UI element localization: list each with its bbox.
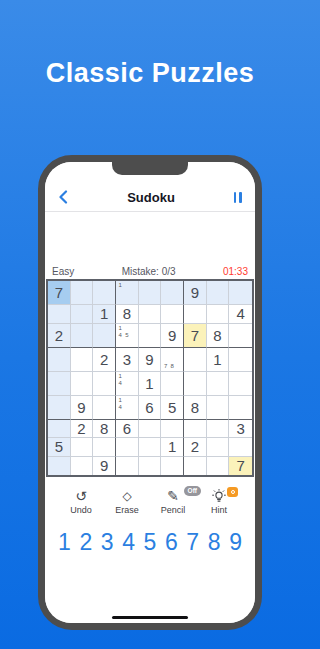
page-title: Classic Puzzles	[0, 58, 300, 89]
cell-r1c9[interactable]	[229, 281, 252, 305]
cell-r9c4[interactable]	[116, 457, 139, 476]
cell-r9c5[interactable]	[139, 457, 162, 476]
cell-r2c5[interactable]	[139, 305, 162, 324]
cell-r6c9[interactable]	[229, 396, 252, 420]
cell-r6c7[interactable]: 8	[184, 396, 207, 420]
cell-r5c3[interactable]	[93, 372, 116, 396]
erase-button[interactable]: ◇ Erase	[107, 488, 147, 515]
cell-r1c7[interactable]: 9	[184, 281, 207, 305]
numpad-2[interactable]: 2	[79, 529, 92, 555]
cell-r2c3[interactable]: 1	[93, 305, 116, 324]
cell-r3c2[interactable]	[71, 324, 94, 348]
cell-r3c9[interactable]	[229, 324, 252, 348]
cell-r3c3[interactable]	[93, 324, 116, 348]
cell-r2c8[interactable]	[207, 305, 230, 324]
cell-r8c7[interactable]: 2	[184, 438, 207, 457]
cell-r5c2[interactable]	[71, 372, 94, 396]
pencil-notes-r4c6: 78	[161, 348, 183, 371]
cell-r3c7[interactable]: 7	[184, 324, 207, 348]
pencil-notes-r3c4: 145	[116, 324, 138, 347]
hint-badge-icon	[227, 487, 238, 497]
nav-divider	[45, 211, 255, 212]
undo-icon: ↺	[75, 488, 87, 504]
cell-r9c1[interactable]	[48, 457, 71, 476]
cell-r9c2[interactable]	[71, 457, 94, 476]
cell-r6c8[interactable]	[207, 396, 230, 420]
phone-notch	[112, 162, 188, 175]
nav-bar: Sudoku	[45, 187, 255, 207]
cell-r3c4[interactable]: 145	[116, 324, 139, 348]
numpad-5[interactable]: 5	[144, 529, 157, 555]
cell-r4c3[interactable]: 2	[93, 348, 116, 372]
cell-r1c8[interactable]	[207, 281, 230, 305]
difficulty-label: Easy	[52, 266, 74, 277]
cell-r4c2[interactable]	[71, 348, 94, 372]
back-icon[interactable]	[58, 190, 68, 204]
cell-r2c2[interactable]	[71, 305, 94, 324]
cell-r4c8[interactable]: 1	[207, 348, 230, 372]
numpad-1[interactable]: 1	[58, 529, 71, 555]
numpad-4[interactable]: 4	[122, 529, 135, 555]
cell-r1c6[interactable]	[161, 281, 184, 305]
cell-r2c6[interactable]	[161, 305, 184, 324]
pencil-button[interactable]: ✎ Off Pencil	[153, 488, 193, 515]
cell-r7c2[interactable]: 2	[71, 420, 94, 439]
cell-r7c1[interactable]	[48, 420, 71, 439]
cell-r8c5[interactable]	[139, 438, 162, 457]
pencil-notes-r1c4: 1	[116, 281, 138, 304]
numpad-8[interactable]: 8	[208, 529, 221, 555]
cell-r9c9[interactable]: 7	[229, 457, 252, 476]
toolbar: ↺ Undo ◇ Erase ✎ Off Pencil	[45, 488, 255, 515]
cell-r5c8[interactable]	[207, 372, 230, 396]
cell-r4c1[interactable]	[48, 348, 71, 372]
cell-r6c5[interactable]: 6	[139, 396, 162, 420]
phone-screen: Sudoku Easy Mistake: 0/3 01:33 719184214…	[45, 162, 255, 623]
cell-r9c7[interactable]	[184, 457, 207, 476]
cell-r4c7[interactable]	[184, 348, 207, 372]
cell-r3c1[interactable]: 2	[48, 324, 71, 348]
cell-r5c1[interactable]	[48, 372, 71, 396]
cell-r9c6[interactable]	[161, 457, 184, 476]
cell-r8c3[interactable]	[93, 438, 116, 457]
cell-r2c1[interactable]	[48, 305, 71, 324]
cell-r7c4[interactable]: 6	[116, 420, 139, 439]
cell-r1c2[interactable]	[71, 281, 94, 305]
cell-r6c3[interactable]	[93, 396, 116, 420]
cell-r5c6[interactable]	[161, 372, 184, 396]
cell-r4c6[interactable]: 78	[161, 348, 184, 372]
cell-r7c9[interactable]: 3	[229, 420, 252, 439]
cell-r5c7[interactable]	[184, 372, 207, 396]
cell-r5c4[interactable]: 14	[116, 372, 139, 396]
cell-r5c9[interactable]	[229, 372, 252, 396]
cell-r4c4[interactable]: 3	[116, 348, 139, 372]
home-indicator	[112, 616, 188, 620]
mistake-counter: Mistake: 0/3	[122, 266, 176, 277]
phone-mockup: Sudoku Easy Mistake: 0/3 01:33 719184214…	[38, 155, 262, 630]
pencil-notes-r6c4: 14	[116, 396, 138, 419]
cell-r6c2[interactable]: 9	[71, 396, 94, 420]
cell-r1c3[interactable]	[93, 281, 116, 305]
cell-r9c8[interactable]	[207, 457, 230, 476]
pencil-notes-r5c4: 14	[116, 372, 138, 395]
cell-r7c3[interactable]: 8	[93, 420, 116, 439]
pencil-icon: ✎	[167, 488, 179, 504]
cell-r8c1[interactable]: 5	[48, 438, 71, 457]
cell-r6c6[interactable]: 5	[161, 396, 184, 420]
cell-r3c6[interactable]: 9	[161, 324, 184, 348]
cell-r7c8[interactable]	[207, 420, 230, 439]
cell-r1c5[interactable]	[139, 281, 162, 305]
cell-r2c9[interactable]: 4	[229, 305, 252, 324]
cell-r6c4[interactable]: 14	[116, 396, 139, 420]
undo-button[interactable]: ↺ Undo	[61, 488, 101, 515]
cell-r3c5[interactable]	[139, 324, 162, 348]
cell-r8c2[interactable]	[71, 438, 94, 457]
cell-r3c8[interactable]: 8	[207, 324, 230, 348]
nav-title: Sudoku	[127, 190, 175, 205]
cell-r7c7[interactable]	[184, 420, 207, 439]
numpad-3[interactable]: 3	[101, 529, 114, 555]
cell-r9c3[interactable]: 9	[93, 457, 116, 476]
cell-r7c6[interactable]	[161, 420, 184, 439]
cell-r8c6[interactable]: 1	[161, 438, 184, 457]
numpad-7[interactable]: 7	[186, 529, 199, 555]
cell-r2c4[interactable]: 8	[116, 305, 139, 324]
cell-r8c8[interactable]	[207, 438, 230, 457]
sudoku-board: 7191842145978239781141914658286351297	[46, 279, 254, 477]
status-row: Easy Mistake: 0/3 01:33	[45, 266, 255, 277]
number-pad: 123456789	[45, 529, 255, 555]
cell-r4c9[interactable]	[229, 348, 252, 372]
cell-r8c4[interactable]	[116, 438, 139, 457]
numpad-9[interactable]: 9	[229, 529, 242, 555]
cell-r2c7[interactable]	[184, 305, 207, 324]
cell-r6c1[interactable]	[48, 396, 71, 420]
cell-r5c5[interactable]: 1	[139, 372, 162, 396]
cell-r1c4[interactable]: 1	[116, 281, 139, 305]
cell-r7c5[interactable]	[139, 420, 162, 439]
cell-r1c1[interactable]: 7	[48, 281, 71, 305]
hint-button[interactable]: Hint	[199, 488, 239, 515]
cell-r8c9[interactable]	[229, 438, 252, 457]
numpad-6[interactable]: 6	[165, 529, 178, 555]
cell-r4c5[interactable]: 9	[139, 348, 162, 372]
erase-icon: ◇	[122, 488, 131, 504]
timer: 01:33	[223, 266, 248, 277]
lightbulb-icon	[212, 488, 226, 504]
pause-icon[interactable]	[234, 192, 242, 203]
